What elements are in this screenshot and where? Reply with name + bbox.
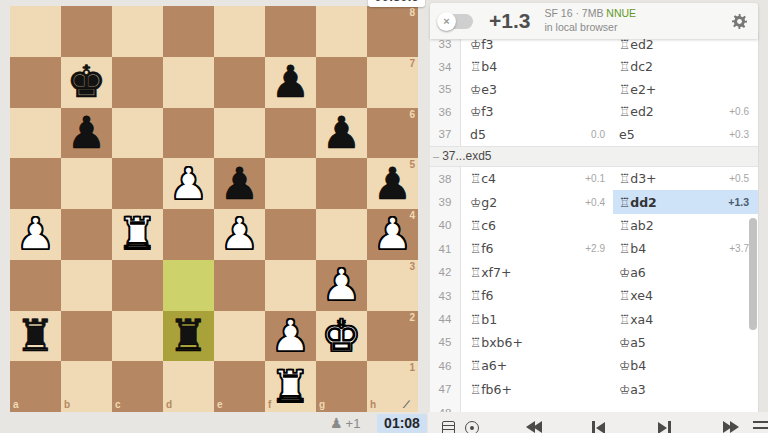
move-number: 36 — [430, 101, 461, 124]
square-h3[interactable]: 3 — [367, 260, 418, 311]
menu-icon[interactable] — [753, 421, 768, 433]
move-row: 40♖c6♖ab2 — [430, 214, 758, 237]
move-san: d5 — [461, 127, 486, 142]
scrollbar-thumb[interactable] — [749, 218, 757, 330]
notebook-icon[interactable] — [442, 421, 455, 433]
file-label-h: h — [370, 400, 376, 410]
square-g4[interactable] — [316, 209, 367, 260]
white-pawn: ♟ — [271, 314, 310, 358]
move-san: ♖xf7+ — [461, 265, 511, 280]
move-row: 39♔g2+0.4♖dd2+1.3 — [430, 190, 758, 213]
square-g2[interactable]: ♚ — [316, 311, 367, 362]
square-a2[interactable]: ♜ — [10, 311, 61, 362]
engine-name: SF 16 · 7MB — [544, 7, 603, 19]
move-number: 43 — [430, 284, 461, 307]
move-san: ♔e3 — [461, 82, 497, 97]
engine-header: × +1.3 SF 16 · 7MB NNUE in local browser — [430, 3, 758, 39]
move-number: 46 — [430, 354, 461, 377]
file-label-a: a — [13, 400, 19, 410]
move-san: ♖dd2 — [613, 195, 657, 210]
move-san: ♖bxb6+ — [461, 335, 523, 350]
move-number: 37 — [430, 123, 461, 146]
step-forward-icon[interactable] — [658, 421, 671, 433]
move-san: ♖xa4 — [613, 312, 653, 327]
black-move[interactable]: ♖b4+3.7 — [613, 237, 758, 260]
file-label-g: g — [319, 400, 325, 410]
pawn-icon: ♟ — [330, 415, 343, 431]
black-pawn: ♟ — [220, 162, 259, 206]
move-eval: +0.6 — [729, 106, 758, 117]
white-move[interactable] — [461, 401, 613, 412]
black-move[interactable]: ♖xe4 — [613, 284, 758, 307]
black-move[interactable]: ♖d3++0.5 — [613, 167, 758, 190]
white-pawn: ♟ — [16, 212, 55, 256]
black-pawn: ♟ — [67, 111, 106, 155]
black-rook: ♜ — [169, 314, 208, 358]
square-h7[interactable]: 7 — [367, 57, 418, 108]
rank-label-5: 5 — [409, 160, 415, 170]
square-f1[interactable]: ♜f — [265, 361, 316, 412]
move-number: 42 — [430, 261, 461, 284]
move-san: ♔a5 — [613, 335, 646, 350]
engine-eval: +1.3 — [489, 9, 530, 33]
square-e1[interactable]: e — [214, 361, 265, 412]
rank-label-7: 7 — [409, 59, 415, 69]
white-move[interactable]: ♔e3 — [461, 78, 613, 101]
square-c4[interactable]: ♜ — [112, 209, 163, 260]
move-row: 47♖fb6+♔a3 — [430, 378, 758, 401]
move-san: ♖a6+ — [461, 358, 507, 373]
engine-location: in local browser — [544, 21, 636, 35]
square-d1[interactable]: d — [163, 361, 214, 412]
move-list: 33♔f3♖ed234♖b4♖dc235♔e3♖e2+36♔f3♖ed2+0.6… — [430, 33, 759, 412]
move-san: ♖e2+ — [613, 82, 656, 97]
move-row: 48 — [430, 401, 758, 412]
material-value: +1 — [346, 416, 361, 431]
variation-interrupt[interactable]: –37...exd5 — [430, 146, 758, 168]
file-label-f: f — [268, 400, 271, 410]
black-move[interactable]: ♖xa4 — [613, 307, 758, 330]
square-f4[interactable] — [265, 209, 316, 260]
square-g1[interactable]: g — [316, 361, 367, 412]
move-number: 38 — [430, 167, 461, 190]
square-a1[interactable]: a — [10, 361, 61, 412]
board-resize-handle[interactable]: ∕∕ — [406, 398, 420, 412]
black-move[interactable]: ♔a3 — [613, 378, 758, 401]
chess-board[interactable]: 8♚♟7♟♟6♟♟♟5♟♜♟♟4♟3♜♜♟♚2abcde♜fg1h — [10, 6, 418, 412]
square-f8[interactable] — [265, 6, 316, 57]
rank-label-3: 3 — [409, 262, 415, 272]
square-c2[interactable] — [112, 311, 163, 362]
move-eval: +2.9 — [585, 243, 613, 254]
white-move[interactable]: ♖a6+ — [461, 354, 613, 377]
white-move[interactable]: ♖f6 — [461, 284, 613, 307]
white-move[interactable]: ♖c4+0.1 — [461, 167, 613, 190]
square-e2[interactable] — [214, 311, 265, 362]
black-move[interactable]: ♖dc2 — [613, 56, 758, 79]
black-move[interactable]: ♖e2+ — [613, 78, 758, 101]
white-move[interactable]: ♖b1 — [461, 307, 613, 330]
rank-label-2: 2 — [409, 313, 415, 323]
move-row: 37d50.0e5+0.3 — [430, 123, 758, 146]
move-row: 34♖b4♖dc2 — [430, 56, 758, 79]
move-eval: +1.3 — [728, 196, 758, 208]
white-move[interactable]: ♔g2+0.4 — [461, 190, 613, 213]
skip-first-icon[interactable] — [526, 421, 542, 433]
black-pawn: ♟ — [322, 111, 361, 155]
move-san: ♖f6 — [461, 288, 494, 303]
move-san: ♖ed2 — [613, 37, 654, 52]
black-clock: 00:39.6 — [368, 0, 425, 7]
move-san: ♔a3 — [613, 382, 646, 397]
square-g8[interactable] — [316, 6, 367, 57]
move-san: ♖f6 — [461, 241, 494, 256]
square-d6[interactable] — [163, 108, 214, 159]
square-b1[interactable]: b — [61, 361, 112, 412]
white-move[interactable]: ♖b4 — [461, 56, 613, 79]
move-san: ♔f3 — [461, 37, 494, 52]
engine-info: SF 16 · 7MB NNUE in local browser — [544, 7, 636, 34]
move-row: 44♖b1♖xa4 — [430, 307, 758, 330]
file-label-d: d — [166, 400, 172, 410]
black-move[interactable]: ♔a6 — [613, 261, 758, 284]
square-e4[interactable]: ♟ — [214, 209, 265, 260]
square-a4[interactable]: ♟ — [10, 209, 61, 260]
black-move[interactable]: ♖ab2 — [613, 214, 758, 237]
file-label-c: c — [115, 400, 121, 410]
square-b8[interactable] — [61, 6, 112, 57]
white-pawn: ♟ — [220, 212, 259, 256]
move-eval: +0.1 — [585, 173, 613, 184]
move-san: ♔a6 — [613, 265, 646, 280]
move-eval: +0.3 — [729, 129, 758, 140]
move-san: ♖b4 — [613, 241, 646, 256]
interrupt-label: 37...exd5 — [442, 149, 491, 163]
square-c6[interactable] — [112, 108, 163, 159]
file-label-e: e — [217, 400, 223, 410]
move-number: 40 — [430, 214, 461, 237]
move-san: ♖c4 — [461, 171, 496, 186]
move-eval: +0.4 — [585, 197, 613, 208]
move-san: ♖ed2 — [613, 104, 654, 119]
move-san: ♔b4 — [613, 358, 646, 373]
black-move[interactable] — [613, 401, 758, 412]
square-b7[interactable]: ♚ — [61, 57, 112, 108]
rank-label-8: 8 — [409, 8, 415, 18]
target-icon[interactable] — [465, 421, 479, 433]
move-san: ♔g2 — [461, 195, 497, 210]
move-row: 41♖f6+2.9♖b4+3.7 — [430, 237, 758, 260]
white-move[interactable]: d50.0 — [461, 123, 613, 146]
square-e5[interactable]: ♟ — [214, 158, 265, 209]
move-number: 41 — [430, 237, 461, 260]
square-h5[interactable]: ♟5 — [367, 158, 418, 209]
move-row: 35♔e3♖e2+ — [430, 78, 758, 101]
black-move[interactable]: ♔b4 — [613, 354, 758, 377]
black-pawn: ♟ — [373, 162, 412, 206]
square-a8[interactable] — [10, 6, 61, 57]
move-san: ♔f3 — [461, 104, 494, 119]
square-d2[interactable]: ♜ — [163, 311, 214, 362]
move-san: ♖d3+ — [613, 171, 657, 186]
material-advantage: ♟ +1 — [330, 415, 360, 431]
move-san: ♖b4 — [461, 59, 497, 74]
black-move[interactable]: ♖dd2+1.3 — [613, 190, 758, 213]
white-move[interactable]: ♖c6 — [461, 214, 613, 237]
black-move[interactable]: ♖ed2+0.6 — [613, 101, 758, 124]
white-rook: ♜ — [271, 365, 310, 409]
square-b6[interactable]: ♟ — [61, 108, 112, 159]
square-e7[interactable] — [214, 57, 265, 108]
step-back-icon[interactable] — [592, 421, 605, 433]
square-h6[interactable]: 6 — [367, 108, 418, 159]
square-d7[interactable] — [163, 57, 214, 108]
move-san: ♖c6 — [461, 218, 496, 233]
black-move[interactable]: ♔a5 — [613, 331, 758, 354]
square-h8[interactable]: 8 — [367, 6, 418, 57]
square-b2[interactable] — [61, 311, 112, 362]
square-d4[interactable] — [163, 209, 214, 260]
move-number: 47 — [430, 378, 461, 401]
square-a6[interactable] — [10, 108, 61, 159]
white-clock: 01:08 — [377, 414, 427, 433]
square-h2[interactable]: 2 — [367, 311, 418, 362]
white-pawn: ♟ — [322, 263, 361, 307]
square-b4[interactable] — [61, 209, 112, 260]
skip-last-icon[interactable] — [723, 421, 739, 433]
black-king: ♚ — [67, 60, 106, 104]
gear-icon[interactable] — [732, 14, 747, 29]
white-move[interactable]: ♖f6+2.9 — [461, 237, 613, 260]
square-f3[interactable] — [265, 260, 316, 311]
engine-nnue-badge: NNUE — [606, 7, 636, 19]
square-f5[interactable] — [265, 158, 316, 209]
square-g7[interactable] — [316, 57, 367, 108]
move-number: 48 — [430, 401, 461, 412]
square-f6[interactable] — [265, 108, 316, 159]
move-san: ♖xe4 — [613, 288, 653, 303]
square-g6[interactable]: ♟ — [316, 108, 367, 159]
move-number: 44 — [430, 307, 461, 330]
move-number: 39 — [430, 190, 461, 213]
rank-label-4: 4 — [409, 211, 415, 221]
square-c8[interactable] — [112, 6, 163, 57]
engine-toggle[interactable]: × — [439, 14, 473, 29]
square-h4[interactable]: ♟4 — [367, 209, 418, 260]
white-rook: ♜ — [118, 212, 157, 256]
square-c1[interactable]: c — [112, 361, 163, 412]
square-b3[interactable] — [61, 260, 112, 311]
bottom-toolbar — [428, 412, 768, 433]
square-a7[interactable] — [10, 57, 61, 108]
analysis-page: 8♚♟7♟♟6♟♟♟5♟♜♟♟4♟3♜♜♟♚2abcde♜fg1h ∕∕ 00:… — [0, 0, 768, 433]
file-label-b: b — [64, 400, 70, 410]
square-f2[interactable]: ♟ — [265, 311, 316, 362]
white-move[interactable]: ♖bxb6+ — [461, 331, 613, 354]
square-d5[interactable]: ♟ — [163, 158, 214, 209]
interrupt-dash: – — [430, 150, 442, 162]
white-move[interactable]: ♖fb6+ — [461, 378, 613, 401]
square-a5[interactable] — [10, 158, 61, 209]
black-pawn: ♟ — [271, 60, 310, 104]
move-san: ♖b1 — [461, 312, 497, 327]
move-san: ♖fb6+ — [461, 382, 512, 397]
white-move[interactable]: ♔f3 — [461, 101, 613, 124]
white-king: ♚ — [322, 314, 361, 358]
black-rook: ♜ — [16, 314, 55, 358]
square-c7[interactable] — [112, 57, 163, 108]
move-row: 36♔f3♖ed2+0.6 — [430, 101, 758, 124]
white-pawn: ♟ — [169, 162, 208, 206]
white-move[interactable]: ♖xf7+ — [461, 261, 613, 284]
rank-label-1: 1 — [409, 363, 415, 373]
square-e3[interactable] — [214, 260, 265, 311]
square-c5[interactable] — [112, 158, 163, 209]
move-number: 45 — [430, 331, 461, 354]
square-c3[interactable] — [112, 260, 163, 311]
square-f7[interactable]: ♟ — [265, 57, 316, 108]
move-row: 42♖xf7+♔a6 — [430, 261, 758, 284]
move-eval: 0.0 — [591, 129, 613, 140]
move-number: 34 — [430, 56, 461, 79]
square-e6[interactable] — [214, 108, 265, 159]
move-row: 38♖c4+0.1♖d3++0.5 — [430, 167, 758, 190]
move-number: 35 — [430, 78, 461, 101]
black-move[interactable]: e5+0.3 — [613, 123, 758, 146]
move-row: 45♖bxb6+♔a5 — [430, 331, 758, 354]
move-san: ♖ab2 — [613, 218, 654, 233]
square-b5[interactable] — [61, 158, 112, 209]
square-g5[interactable] — [316, 158, 367, 209]
white-pawn: ♟ — [373, 212, 412, 256]
square-d8[interactable] — [163, 6, 214, 57]
move-san: ♖dc2 — [613, 59, 653, 74]
move-eval: +0.5 — [729, 173, 758, 184]
move-san: e5 — [613, 127, 635, 142]
engine-toggle-knob[interactable]: × — [437, 12, 456, 31]
square-g3[interactable]: ♟ — [316, 260, 367, 311]
square-a3[interactable] — [10, 260, 61, 311]
rank-label-6: 6 — [409, 110, 415, 120]
move-row: 43♖f6♖xe4 — [430, 284, 758, 307]
square-e8[interactable] — [214, 6, 265, 57]
move-row: 46♖a6+♔b4 — [430, 354, 758, 377]
square-d3[interactable] — [163, 260, 214, 311]
